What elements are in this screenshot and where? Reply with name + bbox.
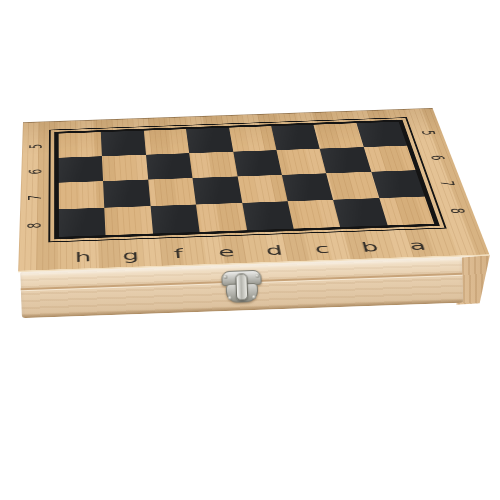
rank-label-right-6: 6 bbox=[427, 155, 446, 161]
chess-box: hgfedcba56785678 bbox=[0, 0, 500, 500]
rank-label-left-5: 5 bbox=[27, 144, 44, 149]
product-photo-stage: hgfedcba56785678 bbox=[0, 0, 500, 500]
square-f6 bbox=[146, 153, 193, 180]
square-g8 bbox=[105, 206, 153, 235]
board-lid-top: hgfedcba56785678 bbox=[18, 108, 490, 272]
rank-label-left-6: 6 bbox=[26, 169, 43, 175]
file-label-d: d bbox=[265, 244, 284, 257]
square-c8 bbox=[287, 199, 340, 228]
rank-label-left-8: 8 bbox=[25, 223, 43, 229]
square-e8 bbox=[196, 203, 247, 232]
rank-label-left-7: 7 bbox=[26, 195, 44, 201]
square-b8 bbox=[333, 198, 387, 227]
square-a8 bbox=[379, 196, 434, 225]
file-label-h: h bbox=[75, 251, 92, 264]
file-label-f: f bbox=[173, 247, 183, 260]
square-g5 bbox=[101, 131, 146, 156]
board-frame-inner bbox=[54, 120, 440, 240]
board-lid: hgfedcba56785678 bbox=[0, 0, 490, 272]
square-d5 bbox=[229, 126, 277, 151]
square-b7 bbox=[326, 172, 379, 200]
square-f7 bbox=[148, 178, 196, 206]
board-grid bbox=[59, 122, 435, 237]
square-d8 bbox=[242, 201, 294, 230]
file-label-e: e bbox=[218, 246, 236, 259]
square-c7 bbox=[282, 173, 333, 201]
clasp-tongue bbox=[235, 273, 248, 300]
square-g7 bbox=[103, 180, 150, 208]
square-a6 bbox=[363, 145, 415, 171]
square-b5 bbox=[314, 123, 364, 148]
square-a7 bbox=[371, 170, 425, 198]
square-h6 bbox=[59, 156, 104, 183]
square-b6 bbox=[320, 147, 371, 173]
square-e7 bbox=[193, 176, 242, 204]
square-c6 bbox=[276, 148, 326, 174]
file-label-a: a bbox=[408, 239, 428, 252]
square-g6 bbox=[102, 155, 148, 182]
square-a5 bbox=[356, 122, 407, 147]
square-f5 bbox=[144, 129, 190, 154]
file-label-c: c bbox=[313, 242, 330, 255]
clasp-latch-icon bbox=[218, 270, 265, 309]
square-d7 bbox=[237, 175, 287, 203]
file-label-b: b bbox=[360, 241, 380, 254]
board-frame bbox=[48, 117, 446, 242]
square-e5 bbox=[186, 128, 233, 153]
rank-label-right-8: 8 bbox=[447, 208, 467, 214]
square-h7 bbox=[59, 181, 105, 209]
square-h5 bbox=[59, 132, 103, 157]
file-label-g: g bbox=[122, 249, 139, 262]
square-c5 bbox=[271, 125, 320, 150]
square-h8 bbox=[59, 207, 106, 236]
rank-label-right-5: 5 bbox=[418, 130, 437, 135]
square-d6 bbox=[233, 150, 282, 177]
square-f8 bbox=[150, 204, 199, 233]
rank-label-right-7: 7 bbox=[437, 181, 457, 187]
clasp-screw bbox=[252, 295, 256, 299]
clasp-screw bbox=[223, 275, 227, 279]
square-e6 bbox=[189, 151, 237, 178]
